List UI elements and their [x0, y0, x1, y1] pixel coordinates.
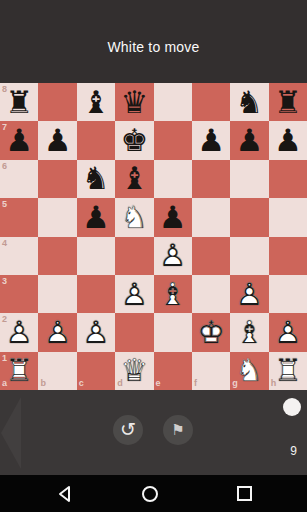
- back-triangle-icon: [56, 485, 74, 503]
- piece-outline: ♙: [269, 313, 307, 351]
- square-b3[interactable]: [38, 275, 76, 313]
- piece-outline: ♘: [115, 198, 153, 236]
- square-f5[interactable]: [192, 198, 230, 236]
- square-g4[interactable]: [230, 237, 268, 275]
- recents-button[interactable]: [229, 475, 259, 512]
- file-label-b: b: [40, 379, 46, 388]
- square-f1[interactable]: f: [192, 352, 230, 390]
- piece-fill: ♛: [115, 83, 153, 121]
- square-c5[interactable]: ♟: [77, 198, 115, 236]
- square-h2[interactable]: ♟♙: [269, 313, 307, 351]
- white-rook[interactable]: ♜♖: [269, 352, 307, 390]
- square-d5[interactable]: ♞♘: [115, 198, 153, 236]
- square-a3[interactable]: 3: [0, 275, 38, 313]
- previous-move-arrow-icon[interactable]: [0, 395, 24, 471]
- piece-outline: ♙: [230, 275, 268, 313]
- black-pawn[interactable]: ♟: [77, 198, 115, 236]
- square-a4[interactable]: 4: [0, 237, 38, 275]
- white-pawn[interactable]: ♟♙: [269, 313, 307, 351]
- square-g8[interactable]: ♞: [230, 83, 268, 121]
- android-navbar: [0, 475, 307, 512]
- square-d1[interactable]: d♛♕: [115, 352, 153, 390]
- square-d7[interactable]: ♚: [115, 121, 153, 159]
- piece-outline: ♙: [77, 313, 115, 351]
- piece-fill: ♞: [77, 160, 115, 198]
- square-b8[interactable]: [38, 83, 76, 121]
- black-knight[interactable]: ♞: [77, 160, 115, 198]
- white-bishop[interactable]: ♝♗: [230, 313, 268, 351]
- rank-label-6: 6: [2, 162, 7, 171]
- square-h4[interactable]: [269, 237, 307, 275]
- square-c1[interactable]: c: [77, 352, 115, 390]
- piece-outline: ♘: [230, 352, 268, 390]
- header: White to move: [0, 0, 307, 83]
- piece-outline: ♖: [269, 352, 307, 390]
- white-pawn[interactable]: ♟♙: [230, 275, 268, 313]
- home-button[interactable]: [135, 475, 165, 512]
- square-c3[interactable]: [77, 275, 115, 313]
- square-a6[interactable]: 6: [0, 160, 38, 198]
- white-pawn[interactable]: ♟♙: [0, 313, 38, 351]
- white-pawn[interactable]: ♟♙: [38, 313, 76, 351]
- piece-fill: ♟: [192, 121, 230, 159]
- square-h3[interactable]: [269, 275, 307, 313]
- piece-fill: ♜: [269, 83, 307, 121]
- white-king[interactable]: ♚♔: [192, 313, 230, 351]
- square-a1[interactable]: 1a♜♖: [0, 352, 38, 390]
- square-a5[interactable]: 5: [0, 198, 38, 236]
- rank-label-4: 4: [2, 239, 7, 248]
- piece-outline: ♙: [115, 275, 153, 313]
- square-e4[interactable]: ♟♙: [154, 237, 192, 275]
- black-pawn[interactable]: ♟: [192, 121, 230, 159]
- square-b5[interactable]: [38, 198, 76, 236]
- piece-outline: ♗: [154, 275, 192, 313]
- square-d6[interactable]: ♝: [115, 160, 153, 198]
- piece-fill: ♟: [38, 121, 76, 159]
- square-d3[interactable]: ♟♙: [115, 275, 153, 313]
- square-a7[interactable]: 7♟: [0, 121, 38, 159]
- square-c7[interactable]: [77, 121, 115, 159]
- white-knight[interactable]: ♞♘: [115, 198, 153, 236]
- square-c6[interactable]: ♞: [77, 160, 115, 198]
- piece-fill: ♜: [0, 83, 38, 121]
- piece-fill: ♟: [0, 121, 38, 159]
- square-a8[interactable]: 8♜: [0, 83, 38, 121]
- flag-button[interactable]: ⚑: [163, 415, 193, 445]
- flag-icon: ⚑: [171, 423, 184, 438]
- square-e3[interactable]: ♝♗: [154, 275, 192, 313]
- undo-icon: ↺: [120, 420, 136, 439]
- white-bishop[interactable]: ♝♗: [154, 275, 192, 313]
- page-title: White to move: [107, 39, 199, 55]
- square-e2[interactable]: [154, 313, 192, 351]
- square-h1[interactable]: h♜♖: [269, 352, 307, 390]
- square-g7[interactable]: ♟: [230, 121, 268, 159]
- piece-outline: ♙: [38, 313, 76, 351]
- white-queen[interactable]: ♛♕: [115, 352, 153, 390]
- piece-fill: ♚: [115, 121, 153, 159]
- app-screen: White to move 8♜♝♛♞♜7♟♟♚♟♟♟6♞♝5♟♞♘♟4♟♙3♟…: [0, 0, 307, 512]
- back-button[interactable]: [50, 475, 80, 512]
- piece-outline: ♔: [192, 313, 230, 351]
- white-pawn[interactable]: ♟♙: [77, 313, 115, 351]
- square-h6[interactable]: [269, 160, 307, 198]
- square-d2[interactable]: [115, 313, 153, 351]
- black-rook[interactable]: ♜: [0, 83, 38, 121]
- black-pawn[interactable]: ♟: [38, 121, 76, 159]
- rank-label-5: 5: [2, 200, 7, 209]
- piece-fill: ♟: [269, 121, 307, 159]
- home-circle-icon: [142, 486, 158, 502]
- black-pawn[interactable]: ♟: [230, 121, 268, 159]
- white-rook[interactable]: ♜♖: [0, 352, 38, 390]
- square-g6[interactable]: [230, 160, 268, 198]
- square-b7[interactable]: ♟: [38, 121, 76, 159]
- white-pawn[interactable]: ♟♙: [115, 275, 153, 313]
- square-b6[interactable]: [38, 160, 76, 198]
- square-g1[interactable]: g♞♘: [230, 352, 268, 390]
- square-h8[interactable]: ♜: [269, 83, 307, 121]
- chess-board[interactable]: 8♜♝♛♞♜7♟♟♚♟♟♟6♞♝5♟♞♘♟4♟♙3♟♙♝♗♟♙2♟♙♟♙♟♙♚♔…: [0, 83, 307, 390]
- black-pawn[interactable]: ♟: [0, 121, 38, 159]
- rank-label-3: 3: [2, 277, 7, 286]
- square-f6[interactable]: [192, 160, 230, 198]
- undo-button[interactable]: ↺: [113, 415, 143, 445]
- square-e7[interactable]: [154, 121, 192, 159]
- black-knight[interactable]: ♞: [230, 83, 268, 121]
- file-label-c: c: [79, 379, 84, 388]
- white-knight[interactable]: ♞♘: [230, 352, 268, 390]
- square-d8[interactable]: ♛: [115, 83, 153, 121]
- square-h7[interactable]: ♟: [269, 121, 307, 159]
- recents-square-icon: [237, 486, 252, 501]
- square-f2[interactable]: ♚♔: [192, 313, 230, 351]
- black-rook[interactable]: ♜: [269, 83, 307, 121]
- square-g2[interactable]: ♝♗: [230, 313, 268, 351]
- square-f8[interactable]: [192, 83, 230, 121]
- piece-fill: ♝: [115, 160, 153, 198]
- square-f3[interactable]: [192, 275, 230, 313]
- file-label-e: e: [156, 379, 161, 388]
- piece-outline: ♙: [154, 237, 192, 275]
- square-d4[interactable]: [115, 237, 153, 275]
- square-c4[interactable]: [77, 237, 115, 275]
- white-pawn[interactable]: ♟♙: [154, 237, 192, 275]
- piece-fill: ♟: [154, 198, 192, 236]
- square-e5[interactable]: ♟: [154, 198, 192, 236]
- black-pawn[interactable]: ♟: [154, 198, 192, 236]
- black-pawn[interactable]: ♟: [269, 121, 307, 159]
- square-a2[interactable]: 2♟♙: [0, 313, 38, 351]
- black-bishop[interactable]: ♝: [77, 83, 115, 121]
- square-e6[interactable]: [154, 160, 192, 198]
- file-label-f: f: [194, 379, 197, 388]
- control-panel: ↺ ⚑ 9: [0, 390, 307, 475]
- square-g3[interactable]: ♟♙: [230, 275, 268, 313]
- piece-fill: ♟: [77, 198, 115, 236]
- piece-fill: ♝: [77, 83, 115, 121]
- piece-fill: ♟: [230, 121, 268, 159]
- square-f7[interactable]: ♟: [192, 121, 230, 159]
- square-f4[interactable]: [192, 237, 230, 275]
- square-e1[interactable]: e: [154, 352, 192, 390]
- black-queen[interactable]: ♛: [115, 83, 153, 121]
- white-to-move-indicator: [283, 398, 301, 416]
- black-bishop[interactable]: ♝: [115, 160, 153, 198]
- piece-outline: ♗: [230, 313, 268, 351]
- square-e8[interactable]: [154, 83, 192, 121]
- black-king[interactable]: ♚: [115, 121, 153, 159]
- piece-outline: ♕: [115, 352, 153, 390]
- puzzle-counter: 9: [290, 444, 297, 458]
- piece-fill: ♞: [230, 83, 268, 121]
- square-b1[interactable]: b: [38, 352, 76, 390]
- piece-outline: ♙: [0, 313, 38, 351]
- square-c8[interactable]: ♝: [77, 83, 115, 121]
- square-c2[interactable]: ♟♙: [77, 313, 115, 351]
- square-h5[interactable]: [269, 198, 307, 236]
- piece-outline: ♖: [0, 352, 38, 390]
- square-b4[interactable]: [38, 237, 76, 275]
- square-g5[interactable]: [230, 198, 268, 236]
- square-b2[interactable]: ♟♙: [38, 313, 76, 351]
